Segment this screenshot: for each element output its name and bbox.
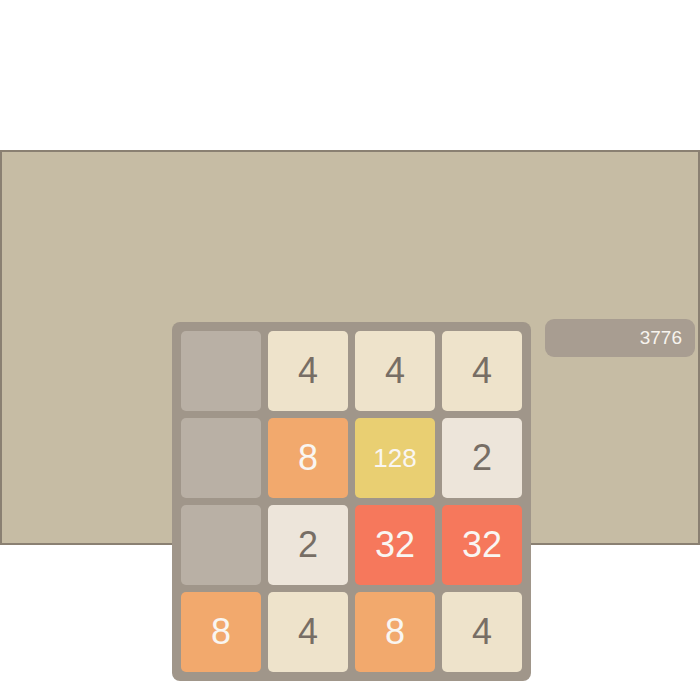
board-grid[interactable]: 44481282232328484	[172, 322, 531, 681]
game-panel: 44481282232328484 3776	[0, 150, 700, 545]
tile-4-r1c4: 4	[442, 331, 522, 411]
tile-4-r1c2: 4	[268, 331, 348, 411]
tile-2-r2c4: 2	[442, 418, 522, 498]
empty-cell-r3c1	[181, 505, 261, 585]
tile-8-r4c3: 8	[355, 592, 435, 672]
empty-cell-r2c1	[181, 418, 261, 498]
tile-4-r4c2: 4	[268, 592, 348, 672]
score-box: 3776	[545, 319, 695, 357]
score-value: 3776	[640, 327, 682, 349]
tile-128-r2c3: 128	[355, 418, 435, 498]
empty-cell-r1c1	[181, 331, 261, 411]
tile-4-r1c3: 4	[355, 331, 435, 411]
tile-4-r4c4: 4	[442, 592, 522, 672]
page: 44481282232328484 3776	[0, 0, 700, 700]
tile-8-r2c2: 8	[268, 418, 348, 498]
tile-32-r3c3: 32	[355, 505, 435, 585]
tile-8-r4c1: 8	[181, 592, 261, 672]
tile-2-r3c2: 2	[268, 505, 348, 585]
tile-32-r3c4: 32	[442, 505, 522, 585]
